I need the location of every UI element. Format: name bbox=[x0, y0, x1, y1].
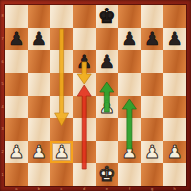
square-c6[interactable] bbox=[50, 50, 73, 73]
square-a4[interactable] bbox=[5, 96, 28, 119]
square-a8[interactable] bbox=[5, 5, 28, 28]
square-g4[interactable] bbox=[141, 96, 164, 119]
square-h2[interactable]: ♟ bbox=[163, 141, 186, 164]
square-b6[interactable] bbox=[28, 50, 51, 73]
square-a2[interactable]: ♟ bbox=[5, 141, 28, 164]
square-f7[interactable]: ♟ bbox=[118, 28, 141, 51]
square-e8[interactable]: ♚ bbox=[96, 5, 119, 28]
square-c4[interactable] bbox=[50, 96, 73, 119]
square-d2[interactable] bbox=[73, 141, 96, 164]
white-pawn-c2[interactable]: ♟ bbox=[53, 143, 69, 161]
square-f4[interactable] bbox=[118, 96, 141, 119]
square-g7[interactable]: ♟ bbox=[141, 28, 164, 51]
white-pawn-e4[interactable]: ♟ bbox=[99, 98, 115, 116]
square-h3[interactable] bbox=[163, 118, 186, 141]
square-a6[interactable] bbox=[5, 50, 28, 73]
square-h7[interactable]: ♟ bbox=[163, 28, 186, 51]
square-c8[interactable] bbox=[50, 5, 73, 28]
square-a5[interactable] bbox=[5, 73, 28, 96]
square-g5[interactable] bbox=[141, 73, 164, 96]
chess-diagram: ♚♟♟♟♟♟♟♟♟♟♟♟♟♟♟♚ 87654321abcdefgh bbox=[0, 0, 191, 191]
square-g3[interactable] bbox=[141, 118, 164, 141]
square-a3[interactable] bbox=[5, 118, 28, 141]
black-pawn-f7[interactable]: ♟ bbox=[121, 30, 137, 48]
square-e7[interactable] bbox=[96, 28, 119, 51]
square-f1[interactable] bbox=[118, 163, 141, 186]
square-h6[interactable] bbox=[163, 50, 186, 73]
square-b2[interactable]: ♟ bbox=[28, 141, 51, 164]
square-f2[interactable]: ♟ bbox=[118, 141, 141, 164]
black-pawn-b7[interactable]: ♟ bbox=[31, 30, 47, 48]
white-pawn-b2[interactable]: ♟ bbox=[31, 143, 47, 161]
square-h4[interactable] bbox=[163, 96, 186, 119]
black-pawn-e6[interactable]: ♟ bbox=[99, 53, 115, 71]
square-b7[interactable]: ♟ bbox=[28, 28, 51, 51]
black-king-e8[interactable]: ♚ bbox=[98, 6, 116, 26]
square-h5[interactable] bbox=[163, 73, 186, 96]
square-c3[interactable] bbox=[50, 118, 73, 141]
square-g1[interactable] bbox=[141, 163, 164, 186]
square-e5[interactable] bbox=[96, 73, 119, 96]
square-d1[interactable] bbox=[73, 163, 96, 186]
square-d3[interactable] bbox=[73, 118, 96, 141]
square-d6[interactable]: ♟ bbox=[73, 50, 96, 73]
square-d8[interactable] bbox=[73, 5, 96, 28]
square-g2[interactable]: ♟ bbox=[141, 141, 164, 164]
square-e6[interactable]: ♟ bbox=[96, 50, 119, 73]
square-c7[interactable] bbox=[50, 28, 73, 51]
square-b5[interactable] bbox=[28, 73, 51, 96]
square-h1[interactable] bbox=[163, 163, 186, 186]
square-g6[interactable] bbox=[141, 50, 164, 73]
black-pawn-a7[interactable]: ♟ bbox=[8, 30, 24, 48]
square-f8[interactable] bbox=[118, 5, 141, 28]
square-d5[interactable] bbox=[73, 73, 96, 96]
black-pawn-d6[interactable]: ♟ bbox=[76, 53, 92, 71]
black-pawn-h7[interactable]: ♟ bbox=[167, 30, 183, 48]
square-h8[interactable] bbox=[163, 5, 186, 28]
black-pawn-g7[interactable]: ♟ bbox=[144, 30, 160, 48]
white-pawn-a2[interactable]: ♟ bbox=[8, 143, 24, 161]
square-c2[interactable]: ♟ bbox=[50, 141, 73, 164]
square-e2[interactable] bbox=[96, 141, 119, 164]
square-b4[interactable] bbox=[28, 96, 51, 119]
square-e4[interactable]: ♟ bbox=[96, 96, 119, 119]
square-d4[interactable] bbox=[73, 96, 96, 119]
white-pawn-g2[interactable]: ♟ bbox=[144, 143, 160, 161]
white-pawn-f2[interactable]: ♟ bbox=[121, 143, 137, 161]
square-b3[interactable] bbox=[28, 118, 51, 141]
square-c5[interactable] bbox=[50, 73, 73, 96]
square-f5[interactable] bbox=[118, 73, 141, 96]
square-g8[interactable] bbox=[141, 5, 164, 28]
square-e3[interactable] bbox=[96, 118, 119, 141]
square-f6[interactable] bbox=[118, 50, 141, 73]
square-b8[interactable] bbox=[28, 5, 51, 28]
square-c1[interactable] bbox=[50, 163, 73, 186]
square-a7[interactable]: ♟ bbox=[5, 28, 28, 51]
square-b1[interactable] bbox=[28, 163, 51, 186]
chess-board[interactable]: ♚♟♟♟♟♟♟♟♟♟♟♟♟♟♟♚ bbox=[5, 5, 186, 186]
white-king-e1[interactable]: ♚ bbox=[98, 164, 116, 184]
square-a1[interactable] bbox=[5, 163, 28, 186]
square-e1[interactable]: ♚ bbox=[96, 163, 119, 186]
white-pawn-h2[interactable]: ♟ bbox=[167, 143, 183, 161]
square-f3[interactable] bbox=[118, 118, 141, 141]
square-d7[interactable] bbox=[73, 28, 96, 51]
